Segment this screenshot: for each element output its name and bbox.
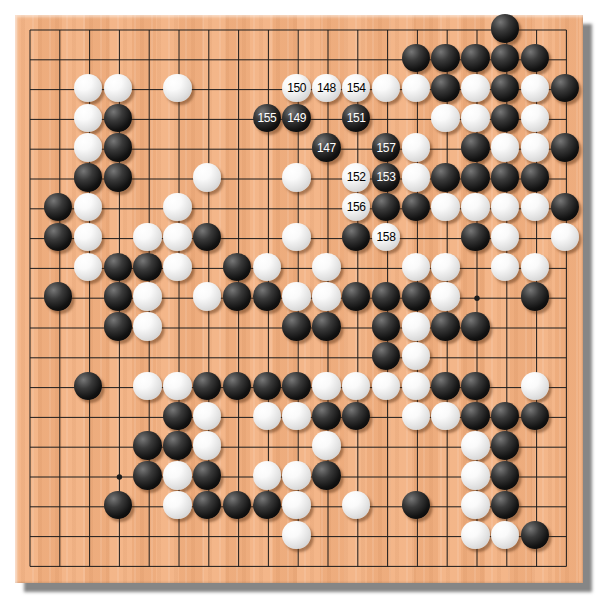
white-stone (402, 372, 431, 401)
black-stone (44, 223, 73, 252)
white-stone (282, 402, 311, 431)
white-stone (461, 431, 490, 460)
black-stone (521, 402, 550, 431)
white-stone (253, 402, 282, 431)
white-stone: 148 (312, 74, 341, 103)
move-number-label: 154 (347, 82, 366, 94)
white-stone (521, 74, 550, 103)
black-stone (312, 461, 341, 490)
white-stone (342, 372, 371, 401)
white-stone (282, 282, 311, 311)
white-stone: 150 (282, 74, 311, 103)
white-stone (431, 282, 460, 311)
black-stone (104, 491, 133, 520)
black-stone (431, 74, 460, 103)
white-stone (133, 282, 162, 311)
black-stone (461, 223, 490, 252)
white-stone (521, 133, 550, 162)
move-number-label: 157 (377, 142, 396, 154)
black-stone (461, 402, 490, 431)
white-stone (402, 342, 431, 371)
black-stone (282, 312, 311, 341)
black-stone: 155 (253, 104, 282, 133)
white-stone: 158 (372, 223, 401, 252)
white-stone (133, 312, 162, 341)
white-stone (74, 74, 103, 103)
black-stone (44, 282, 73, 311)
white-stone (402, 74, 431, 103)
white-stone (491, 223, 520, 252)
white-stone (133, 372, 162, 401)
black-stone (342, 223, 371, 252)
black-stone (133, 431, 162, 460)
move-number-label: 152 (347, 171, 366, 183)
white-stone (163, 491, 192, 520)
black-stone (253, 491, 282, 520)
black-stone (402, 44, 431, 73)
black-stone (193, 491, 222, 520)
move-number-label: 153 (377, 171, 396, 183)
page: 150148154155149151147157152153156158 (0, 0, 600, 600)
black-stone (133, 461, 162, 490)
white-stone (163, 74, 192, 103)
black-stone (312, 312, 341, 341)
white-stone: 154 (342, 74, 371, 103)
white-stone (402, 133, 431, 162)
white-stone (312, 282, 341, 311)
move-number-label: 150 (287, 82, 306, 94)
white-stone (253, 253, 282, 282)
black-stone (461, 44, 490, 73)
white-stone (193, 163, 222, 192)
white-stone (163, 223, 192, 252)
white-stone (282, 521, 311, 550)
black-stone (491, 44, 520, 73)
black-stone (521, 44, 550, 73)
black-stone (521, 163, 550, 192)
white-stone (431, 253, 460, 282)
white-stone (282, 461, 311, 490)
black-stone (521, 282, 550, 311)
white-stone (461, 74, 490, 103)
black-stone: 149 (282, 104, 311, 133)
white-stone (253, 461, 282, 490)
black-stone (491, 14, 520, 43)
black-stone (104, 282, 133, 311)
black-stone (402, 193, 431, 222)
white-stone (491, 193, 520, 222)
black-stone (133, 253, 162, 282)
white-stone (402, 163, 431, 192)
black-stone: 151 (342, 104, 371, 133)
white-stone (431, 402, 460, 431)
white-stone (461, 521, 490, 550)
white-stone (282, 163, 311, 192)
black-stone (431, 163, 460, 192)
black-stone (253, 372, 282, 401)
black-stone (253, 282, 282, 311)
black-stone (491, 491, 520, 520)
black-stone (461, 163, 490, 192)
white-stone (282, 491, 311, 520)
white-stone (551, 223, 580, 252)
white-stone (402, 402, 431, 431)
black-stone (461, 372, 490, 401)
black-stone (193, 372, 222, 401)
black-stone (342, 402, 371, 431)
white-stone (491, 253, 520, 282)
white-stone (461, 104, 490, 133)
white-stone (133, 223, 162, 252)
black-stone (402, 282, 431, 311)
white-stone (312, 253, 341, 282)
white-stone (163, 193, 192, 222)
black-stone (44, 193, 73, 222)
white-stone (163, 253, 192, 282)
black-stone (402, 491, 431, 520)
white-stone (491, 133, 520, 162)
black-stone (491, 163, 520, 192)
move-number-label: 156 (347, 201, 366, 213)
white-stone (312, 431, 341, 460)
white-stone (74, 223, 103, 252)
white-stone (431, 193, 460, 222)
white-stone (282, 223, 311, 252)
black-stone (163, 431, 192, 460)
black-stone (193, 223, 222, 252)
white-stone (163, 461, 192, 490)
black-stone (312, 402, 341, 431)
black-stone (551, 193, 580, 222)
black-stone (223, 491, 252, 520)
go-board: 150148154155149151147157152153156158 (15, 15, 583, 583)
black-stone (461, 312, 490, 341)
black-stone (372, 312, 401, 341)
black-stone (491, 461, 520, 490)
black-stone (223, 372, 252, 401)
white-stone (521, 193, 550, 222)
black-stone (193, 461, 222, 490)
black-stone (551, 74, 580, 103)
black-stone (372, 282, 401, 311)
white-stone (163, 372, 192, 401)
black-stone (491, 402, 520, 431)
white-stone (402, 253, 431, 282)
black-stone (342, 282, 371, 311)
black-stone (104, 104, 133, 133)
black-stone (491, 74, 520, 103)
black-stone (491, 104, 520, 133)
white-stone (461, 193, 490, 222)
white-stone (372, 372, 401, 401)
black-stone (431, 312, 460, 341)
white-stone (74, 133, 103, 162)
black-stone (104, 253, 133, 282)
white-stone (372, 74, 401, 103)
black-stone (521, 521, 550, 550)
white-stone (104, 74, 133, 103)
white-stone (74, 104, 103, 133)
black-stone (431, 44, 460, 73)
black-stone (372, 342, 401, 371)
move-number-label: 148 (317, 82, 336, 94)
white-stone (431, 104, 460, 133)
white-stone (74, 253, 103, 282)
white-stone (402, 312, 431, 341)
black-stone (104, 133, 133, 162)
black-stone (372, 193, 401, 222)
white-stone (74, 193, 103, 222)
black-stone: 157 (372, 133, 401, 162)
move-number-label: 151 (347, 112, 366, 124)
move-number-label: 149 (287, 112, 306, 124)
white-stone (461, 461, 490, 490)
black-stone (551, 133, 580, 162)
black-stone: 153 (372, 163, 401, 192)
white-stone (312, 372, 341, 401)
black-stone (282, 372, 311, 401)
white-stone (521, 372, 550, 401)
white-stone (521, 104, 550, 133)
black-stone (431, 372, 460, 401)
black-stone (491, 431, 520, 460)
move-number-label: 158 (377, 231, 396, 243)
black-stone (223, 253, 252, 282)
white-stone (342, 491, 371, 520)
black-stone (461, 133, 490, 162)
black-stone (74, 372, 103, 401)
white-stone (193, 282, 222, 311)
black-stone (104, 163, 133, 192)
white-stone (193, 431, 222, 460)
black-stone (104, 312, 133, 341)
white-stone (521, 253, 550, 282)
black-stone: 147 (312, 133, 341, 162)
white-stone: 152 (342, 163, 371, 192)
move-number-label: 155 (257, 112, 276, 124)
white-stone (461, 491, 490, 520)
black-stone (223, 282, 252, 311)
white-stone: 156 (342, 193, 371, 222)
stones-layer: 150148154155149151147157152153156158 (15, 15, 583, 583)
white-stone (193, 402, 222, 431)
black-stone (163, 402, 192, 431)
black-stone (74, 163, 103, 192)
white-stone (491, 521, 520, 550)
move-number-label: 147 (317, 142, 336, 154)
